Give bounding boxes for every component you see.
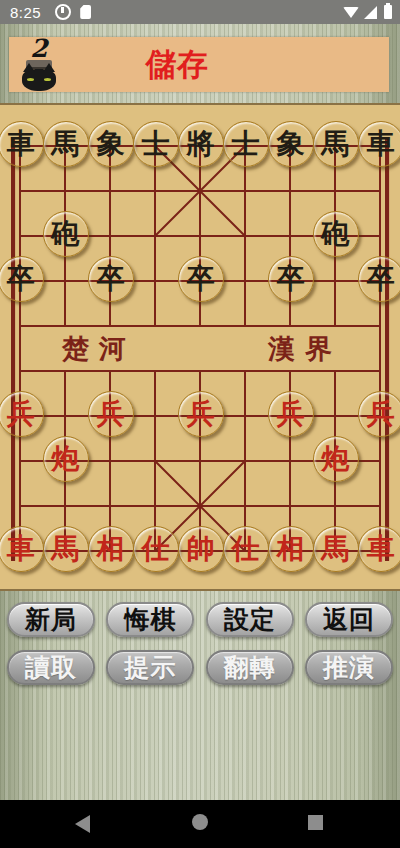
nav-home-icon[interactable] (192, 814, 208, 830)
sim-card-icon (80, 5, 91, 19)
header-bar: 2 儲存 (9, 37, 389, 92)
piece-red-elephant[interactable]: 相 (268, 526, 314, 572)
piece-red-horse[interactable]: 馬 (313, 526, 359, 572)
piece-black-soldier[interactable]: 卒 (268, 256, 314, 302)
load-button[interactable]: 讀取 (7, 650, 95, 685)
piece-red-advisor[interactable]: 仕 (223, 526, 269, 572)
nav-recents-icon[interactable] (308, 815, 323, 830)
piece-red-cannon[interactable]: 炮 (43, 436, 89, 482)
piece-red-general[interactable]: 帥 (178, 526, 224, 572)
piece-black-cannon[interactable]: 砲 (313, 211, 359, 257)
piece-red-soldier[interactable]: 兵 (358, 391, 400, 437)
cat-icon: 2 (18, 38, 60, 91)
piece-black-chariot[interactable]: 車 (358, 121, 400, 167)
flip-button[interactable]: 翻轉 (206, 650, 294, 685)
cat-head (22, 69, 56, 91)
cat-icon-number: 2 (18, 38, 60, 60)
button-row-2: 讀取提示翻轉推演 (0, 650, 400, 685)
piece-red-horse[interactable]: 馬 (43, 526, 89, 572)
piece-red-elephant[interactable]: 相 (88, 526, 134, 572)
piece-black-horse[interactable]: 馬 (43, 121, 89, 167)
page-title: 儲存 (146, 44, 208, 86)
piece-red-soldier[interactable]: 兵 (0, 391, 44, 437)
battery-icon (384, 5, 392, 19)
wifi-icon (343, 7, 359, 18)
data-saver-icon (55, 4, 71, 20)
settings-button[interactable]: 設定 (206, 602, 294, 637)
piece-black-advisor[interactable]: 士 (223, 121, 269, 167)
piece-red-chariot[interactable]: 車 (0, 526, 44, 572)
piece-black-chariot[interactable]: 車 (0, 121, 44, 167)
piece-red-cannon[interactable]: 炮 (313, 436, 359, 482)
piece-black-horse[interactable]: 馬 (313, 121, 359, 167)
pieces-grid: 車馬象士將士象馬車砲砲卒卒卒卒卒兵兵兵兵兵炮炮車馬相仕帥仕相馬車 (0, 121, 400, 571)
piece-red-soldier[interactable]: 兵 (88, 391, 134, 437)
nav-back-icon[interactable] (75, 815, 90, 833)
cell-signal-icon (364, 6, 377, 19)
xiangqi-board[interactable]: 楚河 漢界 車馬象士將士象馬車砲砲卒卒卒卒卒兵兵兵兵兵炮炮車馬相仕帥仕相馬車 (0, 103, 400, 591)
android-nav-bar (0, 800, 400, 848)
piece-black-elephant[interactable]: 象 (88, 121, 134, 167)
piece-red-soldier[interactable]: 兵 (268, 391, 314, 437)
piece-black-general[interactable]: 將 (178, 121, 224, 167)
piece-black-elephant[interactable]: 象 (268, 121, 314, 167)
piece-red-advisor[interactable]: 仕 (133, 526, 179, 572)
new-game-button[interactable]: 新局 (7, 602, 95, 637)
button-row-1: 新局悔棋設定返回 (0, 602, 400, 637)
piece-black-soldier[interactable]: 卒 (88, 256, 134, 302)
undo-button[interactable]: 悔棋 (106, 602, 194, 637)
piece-black-soldier[interactable]: 卒 (178, 256, 224, 302)
hint-button[interactable]: 提示 (106, 650, 194, 685)
piece-black-soldier[interactable]: 卒 (358, 256, 400, 302)
clock: 8:25 (10, 4, 41, 21)
piece-red-chariot[interactable]: 車 (358, 526, 400, 572)
analyze-button[interactable]: 推演 (305, 650, 393, 685)
piece-red-soldier[interactable]: 兵 (178, 391, 224, 437)
back-button[interactable]: 返回 (305, 602, 393, 637)
piece-black-advisor[interactable]: 士 (133, 121, 179, 167)
piece-black-soldier[interactable]: 卒 (0, 256, 44, 302)
piece-black-cannon[interactable]: 砲 (43, 211, 89, 257)
status-bar: 8:25 (0, 0, 400, 24)
